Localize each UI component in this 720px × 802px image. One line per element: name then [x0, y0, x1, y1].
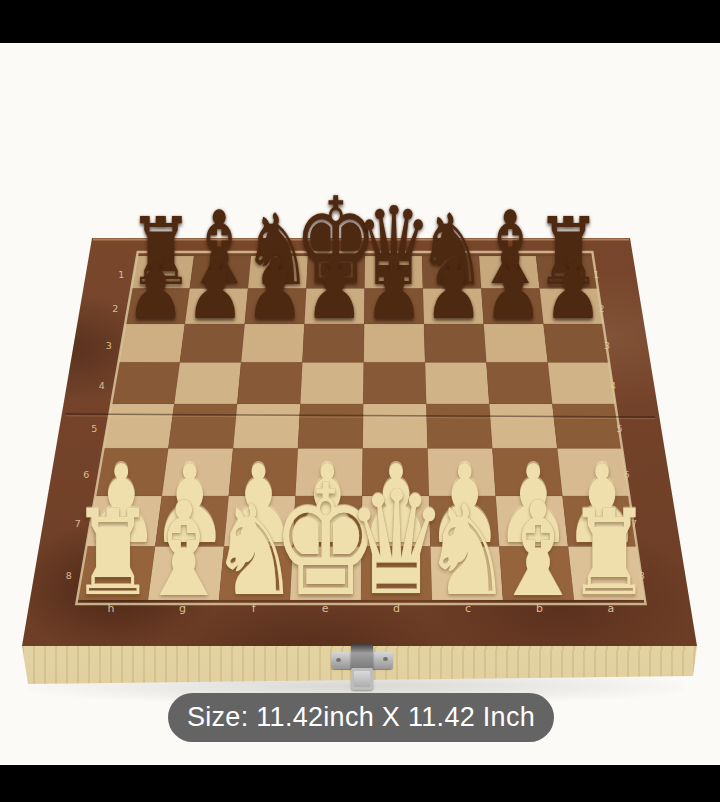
board-square [552, 404, 622, 449]
board-square [430, 547, 503, 601]
board-square [162, 448, 233, 496]
board-square [185, 289, 248, 324]
board-square [364, 289, 424, 324]
board-square [548, 362, 616, 404]
board-square [481, 289, 543, 324]
rank-label-left: 1 [118, 269, 124, 280]
board-square [544, 324, 610, 363]
rank-label-right: 2 [598, 303, 604, 314]
rank-label-right: 5 [617, 423, 623, 434]
board-square [190, 256, 251, 289]
board-square [219, 547, 293, 601]
rank-label-right: 8 [639, 570, 645, 581]
board-square [103, 404, 174, 449]
board-square [148, 547, 224, 601]
board-square [125, 289, 190, 324]
board-square [361, 547, 432, 601]
board-square [428, 448, 496, 496]
board-square [290, 547, 362, 601]
latch-hasp-loop [351, 668, 373, 690]
board-square [536, 256, 598, 289]
board-square [86, 496, 162, 547]
board-square [237, 362, 302, 404]
board-square [304, 289, 364, 324]
board-square [295, 448, 362, 496]
board-square [424, 324, 486, 363]
board-square [248, 256, 308, 289]
board-square [363, 404, 428, 449]
board-square [241, 324, 304, 363]
board-square [293, 496, 362, 547]
board-square [95, 448, 168, 496]
file-label: e [322, 602, 329, 615]
latch-screw-right [383, 657, 388, 662]
rank-label-right: 6 [623, 469, 629, 480]
board-square [496, 496, 568, 547]
rank-label-left: 5 [91, 423, 97, 434]
board-square [229, 448, 298, 496]
board-square [245, 289, 307, 324]
latch-screw-left [336, 658, 341, 663]
board-square [499, 547, 574, 601]
rank-label-right: 3 [604, 340, 610, 351]
board-square [489, 404, 557, 449]
board-square [568, 547, 645, 601]
rank-label-right: 4 [610, 380, 616, 391]
board-square [365, 256, 423, 289]
board-square [180, 324, 245, 363]
board-square [224, 496, 295, 547]
board-square [362, 448, 429, 496]
board-square [425, 362, 489, 404]
rank-label-left: 3 [106, 340, 112, 351]
rank-label-left: 2 [112, 303, 118, 314]
board-square [492, 448, 562, 496]
board-square [77, 547, 155, 601]
board-square [363, 362, 426, 404]
file-label: d [393, 602, 400, 615]
board-square [484, 324, 548, 363]
board-square [111, 362, 180, 404]
board-square [298, 404, 363, 449]
size-caption-text: Size: 11.42inch X 11.42 Inch [187, 702, 535, 733]
board-square [429, 496, 499, 547]
latch-catch-block [351, 644, 373, 670]
board-square [563, 496, 637, 547]
rank-label-left: 7 [75, 518, 81, 529]
board-square [233, 404, 300, 449]
rank-label-left: 4 [99, 380, 105, 391]
board-square [540, 289, 604, 324]
board-square [155, 496, 229, 547]
board-square [557, 448, 629, 496]
board-square [302, 324, 364, 363]
rank-label-right: 7 [631, 518, 637, 529]
rank-label-right: 1 [593, 269, 599, 280]
board-square [118, 324, 184, 363]
rank-label-left: 8 [66, 570, 72, 581]
file-label: g [179, 602, 186, 615]
file-label: a [607, 602, 614, 615]
top-letterbox-bar [0, 0, 720, 43]
board-square [423, 289, 484, 324]
board-square [300, 362, 364, 404]
size-caption-pill: Size: 11.42inch X 11.42 Inch [168, 693, 554, 742]
board-square [426, 404, 492, 449]
board-square [422, 256, 481, 289]
board-square [364, 324, 425, 363]
bottom-letterbox-bar [0, 765, 720, 802]
board-square [168, 404, 237, 449]
board-square [174, 362, 241, 404]
file-label: b [536, 602, 543, 615]
file-label: c [465, 602, 471, 615]
board-square [306, 256, 365, 289]
screenshot-stage: hgfedcba1122334455667788 ♜♝♞♚♛♞♝♜♟♟♟♟♟♟♟… [0, 0, 720, 802]
file-label: h [108, 602, 115, 615]
product-photo-area: hgfedcba1122334455667788 ♜♝♞♚♛♞♝♜♟♟♟♟♟♟♟… [0, 43, 720, 765]
board-square [479, 256, 540, 289]
rank-label-left: 6 [83, 469, 89, 480]
board-square [486, 362, 552, 404]
board-square [362, 496, 431, 547]
board-square [131, 256, 194, 289]
